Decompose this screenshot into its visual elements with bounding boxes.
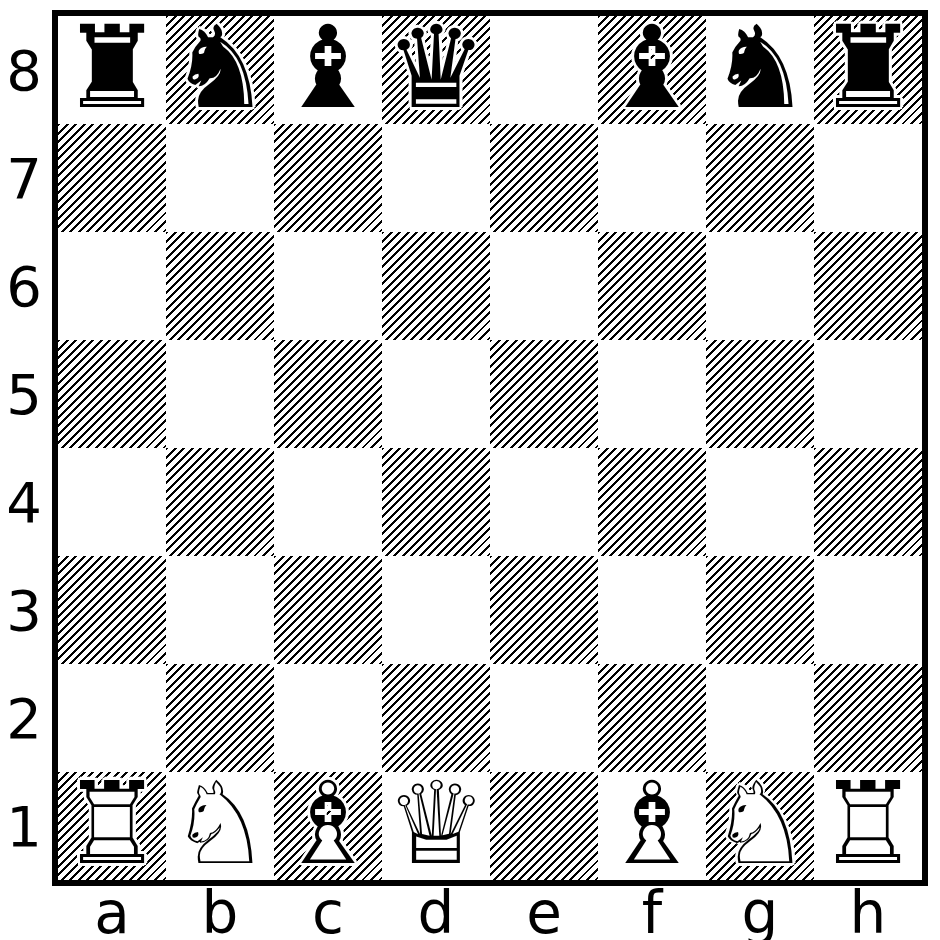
square-f2[interactable] — [598, 664, 706, 772]
piece-black-knight[interactable]: ♞♞ — [166, 16, 274, 124]
square-h4[interactable] — [814, 448, 922, 556]
rank-label-8: 8 — [0, 16, 46, 124]
rank-label-1: 1 — [0, 772, 46, 880]
square-f1[interactable]: ♝♗ — [598, 772, 706, 880]
square-g5[interactable] — [706, 340, 814, 448]
square-d6[interactable] — [382, 232, 490, 340]
square-g1[interactable]: ♞♘ — [706, 772, 814, 880]
square-h1[interactable]: ♜♖ — [814, 772, 922, 880]
square-e1[interactable] — [490, 772, 598, 880]
square-c5[interactable] — [274, 340, 382, 448]
square-a3[interactable] — [58, 556, 166, 664]
square-b2[interactable] — [166, 664, 274, 772]
square-e8[interactable] — [490, 16, 598, 124]
piece-glyph: ♛ — [382, 16, 490, 124]
square-a1[interactable]: ♜♖ — [58, 772, 166, 880]
piece-white-bishop[interactable]: ♝♗ — [274, 772, 382, 880]
file-label-g: g — [706, 886, 814, 940]
square-c2[interactable] — [274, 664, 382, 772]
square-d7[interactable] — [382, 124, 490, 232]
rank-label-5: 5 — [0, 340, 46, 448]
piece-glyph: ♖ — [58, 772, 166, 880]
piece-black-rook[interactable]: ♜♜ — [58, 16, 166, 124]
piece-white-rook[interactable]: ♜♖ — [58, 772, 166, 880]
file-label-h: h — [814, 886, 922, 940]
square-e5[interactable] — [490, 340, 598, 448]
square-e2[interactable] — [490, 664, 598, 772]
piece-glyph: ♕ — [382, 772, 490, 880]
chessboard[interactable]: ♜♜♞♞♝♝♛♛♝♝♞♞♜♜♜♖♞♘♝♗♛♕♝♗♞♘♜♖ — [52, 10, 928, 886]
square-g2[interactable] — [706, 664, 814, 772]
piece-white-queen[interactable]: ♛♕ — [382, 772, 490, 880]
square-d2[interactable] — [382, 664, 490, 772]
piece-glyph: ♗ — [274, 772, 382, 880]
square-c4[interactable] — [274, 448, 382, 556]
square-f5[interactable] — [598, 340, 706, 448]
file-label-f: f — [598, 886, 706, 940]
square-a2[interactable] — [58, 664, 166, 772]
square-b1[interactable]: ♞♘ — [166, 772, 274, 880]
piece-glyph: ♜ — [58, 16, 166, 124]
rank-label-7: 7 — [0, 124, 46, 232]
square-a8[interactable]: ♜♜ — [58, 16, 166, 124]
square-g7[interactable] — [706, 124, 814, 232]
rank-label-3: 3 — [0, 556, 46, 664]
square-h6[interactable] — [814, 232, 922, 340]
square-c8[interactable]: ♝♝ — [274, 16, 382, 124]
piece-glyph: ♘ — [706, 772, 814, 880]
square-b3[interactable] — [166, 556, 274, 664]
square-a6[interactable] — [58, 232, 166, 340]
piece-glyph: ♘ — [166, 772, 274, 880]
piece-glyph: ♝ — [274, 16, 382, 124]
piece-glyph: ♞ — [166, 16, 274, 124]
square-e6[interactable] — [490, 232, 598, 340]
square-f8[interactable]: ♝♝ — [598, 16, 706, 124]
square-c6[interactable] — [274, 232, 382, 340]
square-d3[interactable] — [382, 556, 490, 664]
piece-white-bishop[interactable]: ♝♗ — [598, 772, 706, 880]
piece-black-rook[interactable]: ♜♜ — [814, 16, 922, 124]
square-h2[interactable] — [814, 664, 922, 772]
rank-label-2: 2 — [0, 664, 46, 772]
file-label-c: c — [274, 886, 382, 940]
square-d8[interactable]: ♛♛ — [382, 16, 490, 124]
square-d4[interactable] — [382, 448, 490, 556]
square-a4[interactable] — [58, 448, 166, 556]
square-e3[interactable] — [490, 556, 598, 664]
square-b4[interactable] — [166, 448, 274, 556]
piece-glyph: ♞ — [706, 16, 814, 124]
file-labels: abcdefgh — [58, 886, 922, 940]
piece-white-knight[interactable]: ♞♘ — [706, 772, 814, 880]
rank-labels: 87654321 — [0, 16, 46, 880]
file-label-b: b — [166, 886, 274, 940]
square-g8[interactable]: ♞♞ — [706, 16, 814, 124]
file-label-d: d — [382, 886, 490, 940]
square-f4[interactable] — [598, 448, 706, 556]
chess-diagram: 87654321 ♜♜♞♞♝♝♛♛♝♝♞♞♜♜♜♖♞♘♝♗♛♕♝♗♞♘♜♖ ab… — [0, 0, 940, 940]
square-h5[interactable] — [814, 340, 922, 448]
square-c3[interactable] — [274, 556, 382, 664]
piece-black-queen[interactable]: ♛♛ — [382, 16, 490, 124]
square-b8[interactable]: ♞♞ — [166, 16, 274, 124]
rank-label-6: 6 — [0, 232, 46, 340]
square-b6[interactable] — [166, 232, 274, 340]
square-h3[interactable] — [814, 556, 922, 664]
square-g6[interactable] — [706, 232, 814, 340]
square-b5[interactable] — [166, 340, 274, 448]
square-f6[interactable] — [598, 232, 706, 340]
piece-black-bishop[interactable]: ♝♝ — [274, 16, 382, 124]
piece-glyph: ♗ — [598, 772, 706, 880]
square-e7[interactable] — [490, 124, 598, 232]
square-d1[interactable]: ♛♕ — [382, 772, 490, 880]
piece-glyph: ♝ — [598, 16, 706, 124]
square-e4[interactable] — [490, 448, 598, 556]
piece-white-knight[interactable]: ♞♘ — [166, 772, 274, 880]
square-a5[interactable] — [58, 340, 166, 448]
square-a7[interactable] — [58, 124, 166, 232]
piece-black-knight[interactable]: ♞♞ — [706, 16, 814, 124]
square-c7[interactable] — [274, 124, 382, 232]
square-b7[interactable] — [166, 124, 274, 232]
square-g3[interactable] — [706, 556, 814, 664]
square-f3[interactable] — [598, 556, 706, 664]
square-g4[interactable] — [706, 448, 814, 556]
piece-glyph: ♜ — [814, 16, 922, 124]
square-h7[interactable] — [814, 124, 922, 232]
square-d5[interactable] — [382, 340, 490, 448]
square-c1[interactable]: ♝♗ — [274, 772, 382, 880]
file-label-a: a — [58, 886, 166, 940]
piece-black-bishop[interactable]: ♝♝ — [598, 16, 706, 124]
rank-label-4: 4 — [0, 448, 46, 556]
square-f7[interactable] — [598, 124, 706, 232]
piece-white-rook[interactable]: ♜♖ — [814, 772, 922, 880]
piece-glyph: ♖ — [814, 772, 922, 880]
file-label-e: e — [490, 886, 598, 940]
square-h8[interactable]: ♜♜ — [814, 16, 922, 124]
